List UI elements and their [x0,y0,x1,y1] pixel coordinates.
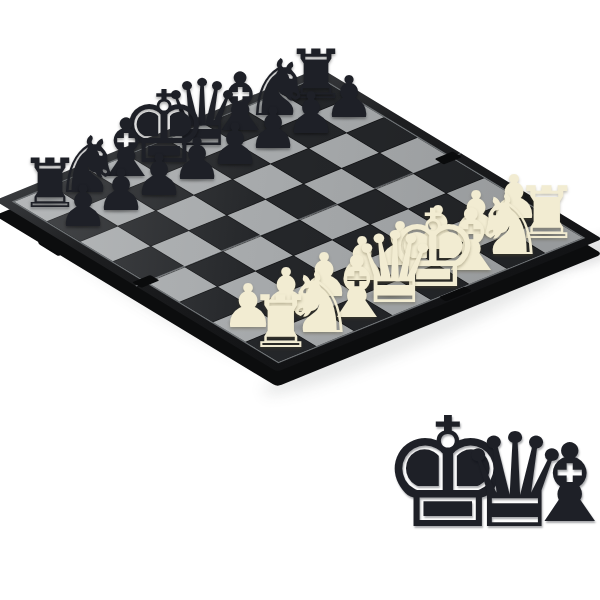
inset-black-bishop: ♝ [516,430,600,538]
inset-black-king: ♚ [372,398,524,550]
product-photo: ♜♞♝♚♛♝♞♜♟♟♟♟♟♟♟♟♟♟♟♟♟♟♟♟♜♞♝♛♚♝♞♜ ♚♛♝ [0,0,600,600]
board-frame [0,68,600,372]
inset-black-queen: ♛ [450,416,580,546]
